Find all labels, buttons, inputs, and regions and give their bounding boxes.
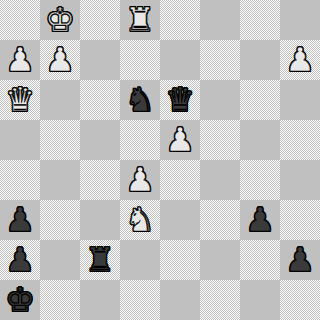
square-g2[interactable]: [240, 240, 280, 280]
square-b6[interactable]: [40, 80, 80, 120]
piece-white-pawn[interactable]: ♟: [285, 40, 315, 80]
square-f7[interactable]: [200, 40, 240, 80]
square-f3[interactable]: [200, 200, 240, 240]
square-g6[interactable]: [240, 80, 280, 120]
square-f4[interactable]: [200, 160, 240, 200]
square-f1[interactable]: [200, 280, 240, 320]
square-f8[interactable]: [200, 0, 240, 40]
square-d6[interactable]: ♞: [120, 80, 160, 120]
square-c6[interactable]: [80, 80, 120, 120]
square-d1[interactable]: [120, 280, 160, 320]
square-h6[interactable]: [280, 80, 320, 120]
square-a5[interactable]: [0, 120, 40, 160]
piece-black-rook[interactable]: ♜: [85, 240, 115, 280]
square-b5[interactable]: [40, 120, 80, 160]
square-b1[interactable]: [40, 280, 80, 320]
square-d8[interactable]: ♜: [120, 0, 160, 40]
square-a1[interactable]: ♚: [0, 280, 40, 320]
square-d2[interactable]: [120, 240, 160, 280]
square-d5[interactable]: [120, 120, 160, 160]
square-a4[interactable]: [0, 160, 40, 200]
square-c8[interactable]: [80, 0, 120, 40]
square-f5[interactable]: [200, 120, 240, 160]
square-d3[interactable]: ♞: [120, 200, 160, 240]
square-h8[interactable]: [280, 0, 320, 40]
square-h4[interactable]: [280, 160, 320, 200]
chess-board: ♚♜♟♟♟♛♞♛♟♟♟♞♟♟♜♟♚: [0, 0, 320, 320]
piece-white-pawn[interactable]: ♟: [45, 40, 75, 80]
square-g1[interactable]: [240, 280, 280, 320]
square-d7[interactable]: [120, 40, 160, 80]
square-e1[interactable]: [160, 280, 200, 320]
piece-black-king[interactable]: ♚: [5, 280, 35, 320]
piece-white-pawn[interactable]: ♟: [165, 120, 195, 160]
square-f6[interactable]: [200, 80, 240, 120]
square-g3[interactable]: ♟: [240, 200, 280, 240]
square-e4[interactable]: [160, 160, 200, 200]
square-c1[interactable]: [80, 280, 120, 320]
square-h7[interactable]: ♟: [280, 40, 320, 80]
square-a8[interactable]: [0, 0, 40, 40]
piece-black-knight[interactable]: ♞: [125, 80, 155, 120]
square-c4[interactable]: [80, 160, 120, 200]
square-h2[interactable]: ♟: [280, 240, 320, 280]
piece-black-pawn[interactable]: ♟: [245, 200, 275, 240]
square-g4[interactable]: [240, 160, 280, 200]
piece-white-rook[interactable]: ♜: [125, 0, 155, 40]
square-b4[interactable]: [40, 160, 80, 200]
square-a3[interactable]: ♟: [0, 200, 40, 240]
square-c3[interactable]: [80, 200, 120, 240]
square-e8[interactable]: [160, 0, 200, 40]
square-c7[interactable]: [80, 40, 120, 80]
square-g8[interactable]: [240, 0, 280, 40]
square-e6[interactable]: ♛: [160, 80, 200, 120]
square-b3[interactable]: [40, 200, 80, 240]
piece-black-pawn[interactable]: ♟: [5, 200, 35, 240]
piece-black-queen[interactable]: ♛: [165, 80, 195, 120]
square-g5[interactable]: [240, 120, 280, 160]
square-a2[interactable]: ♟: [0, 240, 40, 280]
square-b8[interactable]: ♚: [40, 0, 80, 40]
square-e7[interactable]: [160, 40, 200, 80]
square-b7[interactable]: ♟: [40, 40, 80, 80]
piece-white-knight[interactable]: ♞: [125, 200, 155, 240]
square-a6[interactable]: ♛: [0, 80, 40, 120]
piece-white-queen[interactable]: ♛: [5, 80, 35, 120]
piece-black-pawn[interactable]: ♟: [5, 240, 35, 280]
square-a7[interactable]: ♟: [0, 40, 40, 80]
square-f2[interactable]: [200, 240, 240, 280]
square-e3[interactable]: [160, 200, 200, 240]
square-d4[interactable]: ♟: [120, 160, 160, 200]
square-h1[interactable]: [280, 280, 320, 320]
square-b2[interactable]: [40, 240, 80, 280]
square-g7[interactable]: [240, 40, 280, 80]
square-h5[interactable]: [280, 120, 320, 160]
square-h3[interactable]: [280, 200, 320, 240]
square-c5[interactable]: [80, 120, 120, 160]
square-c2[interactable]: ♜: [80, 240, 120, 280]
piece-white-king[interactable]: ♚: [45, 0, 75, 40]
square-e2[interactable]: [160, 240, 200, 280]
piece-black-pawn[interactable]: ♟: [285, 240, 315, 280]
piece-white-pawn[interactable]: ♟: [125, 160, 155, 200]
piece-white-pawn[interactable]: ♟: [5, 40, 35, 80]
square-e5[interactable]: ♟: [160, 120, 200, 160]
